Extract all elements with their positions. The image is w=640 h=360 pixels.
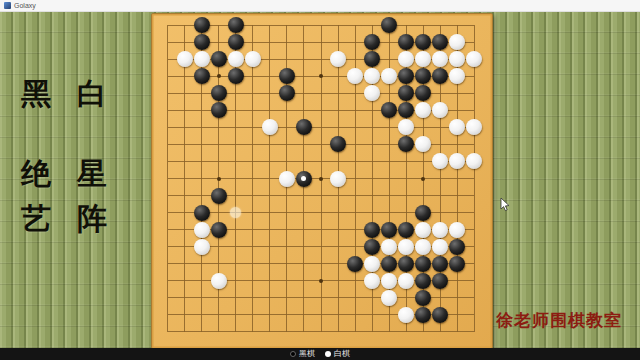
label-black-engine-1: 绝	[21, 158, 51, 190]
stone-white	[432, 102, 448, 118]
window-titlebar: Golaxy	[0, 0, 640, 12]
label-white: 白	[77, 78, 107, 110]
stone-white	[245, 51, 261, 67]
stone-black	[211, 222, 227, 238]
stone-black	[415, 205, 431, 221]
stone-white	[449, 153, 465, 169]
grid-line	[168, 331, 475, 332]
stone-black	[449, 239, 465, 255]
stone-black	[194, 205, 210, 221]
stone-black	[398, 34, 414, 50]
stone-black	[211, 102, 227, 118]
stone-white	[194, 222, 210, 238]
taskbar-white-indicator[interactable]: 白棋	[325, 350, 350, 358]
stone-black	[415, 307, 431, 323]
stone-white	[415, 136, 431, 152]
stone-white	[398, 307, 414, 323]
stone-white	[381, 273, 397, 289]
stone-white	[466, 51, 482, 67]
star-point	[319, 177, 323, 181]
stone-white	[262, 119, 278, 135]
stone-white	[194, 239, 210, 255]
black-stone-icon	[290, 351, 296, 357]
stone-black	[398, 136, 414, 152]
stone-black	[279, 68, 295, 84]
hint-ghost-marker	[230, 207, 241, 218]
stone-black	[211, 188, 227, 204]
stone-black	[415, 256, 431, 272]
stone-white	[432, 239, 448, 255]
stone-black	[296, 119, 312, 135]
app-logo-icon	[4, 2, 11, 9]
stone-black	[432, 273, 448, 289]
stone-black	[381, 256, 397, 272]
mouse-cursor	[500, 197, 511, 213]
stone-white	[398, 273, 414, 289]
stone-white	[228, 51, 244, 67]
star-point	[319, 74, 323, 78]
stone-black	[364, 222, 380, 238]
stone-white	[330, 51, 346, 67]
stone-black	[381, 17, 397, 33]
white-stone-icon	[325, 351, 331, 357]
stone-black	[364, 51, 380, 67]
stone-white	[415, 222, 431, 238]
taskbar-white-label: 白棋	[334, 350, 350, 358]
stone-black	[381, 222, 397, 238]
stone-black	[347, 256, 363, 272]
taskbar: 黑棋 白棋	[0, 348, 640, 360]
stone-white	[398, 119, 414, 135]
stone-black	[211, 51, 227, 67]
stone-black	[398, 256, 414, 272]
stone-black	[449, 256, 465, 272]
stone-white	[449, 34, 465, 50]
stone-white	[398, 239, 414, 255]
stone-black	[364, 239, 380, 255]
stone-white	[449, 119, 465, 135]
stone-white	[432, 222, 448, 238]
stone-black	[432, 34, 448, 50]
stone-black	[432, 307, 448, 323]
classroom-caption: 徐老师围棋教室	[496, 309, 638, 332]
taskbar-black-label: 黑棋	[299, 350, 315, 358]
stone-white	[381, 239, 397, 255]
stone-black	[228, 17, 244, 33]
stone-white	[364, 85, 380, 101]
stone-black	[415, 290, 431, 306]
stone-white	[330, 171, 346, 187]
label-black-engine-2: 艺	[21, 203, 51, 235]
grid-line	[474, 25, 475, 332]
stone-black	[211, 85, 227, 101]
stone-black	[415, 273, 431, 289]
stone-black	[228, 34, 244, 50]
stone-white	[381, 68, 397, 84]
stone-white	[449, 222, 465, 238]
stone-black	[415, 85, 431, 101]
stone-white	[194, 51, 210, 67]
star-point	[217, 74, 221, 78]
stone-black	[364, 34, 380, 50]
label-white-engine-2: 阵	[77, 203, 107, 235]
stone-black	[432, 68, 448, 84]
stone-black	[398, 222, 414, 238]
stone-white	[415, 102, 431, 118]
stone-white	[466, 119, 482, 135]
workspace-background: 黑 白 绝 星 艺 阵 徐老师围棋教室	[0, 12, 640, 348]
stone-black	[194, 68, 210, 84]
stone-black	[398, 85, 414, 101]
stone-black	[194, 17, 210, 33]
stone-black	[194, 34, 210, 50]
stone-white	[398, 51, 414, 67]
stone-white	[347, 68, 363, 84]
window-title: Golaxy	[14, 2, 36, 9]
stone-black	[415, 68, 431, 84]
star-point	[217, 177, 221, 181]
star-point	[421, 177, 425, 181]
stone-black	[330, 136, 346, 152]
label-white-engine-1: 星	[77, 158, 107, 190]
stone-white	[381, 290, 397, 306]
stone-white	[211, 273, 227, 289]
stone-black	[415, 34, 431, 50]
stone-white	[449, 68, 465, 84]
stone-white	[364, 68, 380, 84]
stone-black	[398, 68, 414, 84]
stone-white	[415, 51, 431, 67]
stone-white	[415, 239, 431, 255]
stone-white	[177, 51, 193, 67]
stone-black	[279, 85, 295, 101]
stone-white	[364, 256, 380, 272]
star-point	[319, 279, 323, 283]
stone-white	[364, 273, 380, 289]
stone-white	[449, 51, 465, 67]
label-black: 黑	[21, 78, 51, 110]
stone-black	[381, 102, 397, 118]
stone-white	[432, 153, 448, 169]
stone-white	[432, 51, 448, 67]
go-board[interactable]	[151, 13, 493, 349]
taskbar-black-indicator[interactable]: 黑棋	[290, 350, 315, 358]
stone-white	[279, 171, 295, 187]
stone-black	[398, 102, 414, 118]
stone-white	[466, 153, 482, 169]
stone-black	[432, 256, 448, 272]
stone-black	[228, 68, 244, 84]
